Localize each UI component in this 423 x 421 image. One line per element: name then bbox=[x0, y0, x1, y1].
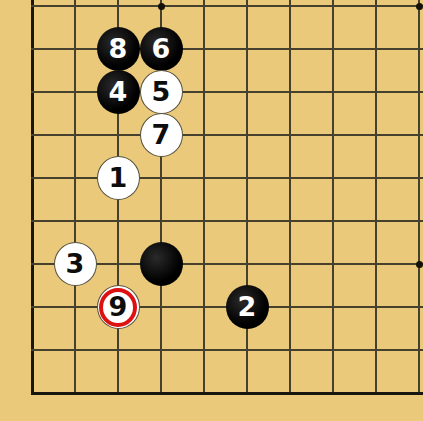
board-intersection: 9 bbox=[97, 286, 140, 329]
black-stone-unnumbered[interactable] bbox=[140, 242, 183, 286]
board-intersection: 6 bbox=[140, 28, 183, 71]
board-intersection: 2 bbox=[226, 286, 269, 329]
black-stone-move-8[interactable]: 8 bbox=[97, 27, 140, 71]
stone-move-number: 3 bbox=[66, 250, 85, 278]
white-stone-move-7[interactable]: 7 bbox=[140, 113, 183, 157]
stone-move-number: 1 bbox=[109, 164, 128, 192]
white-stone-move-3[interactable]: 3 bbox=[54, 242, 97, 286]
stone-move-number: 9 bbox=[109, 293, 128, 321]
white-stone-move-1[interactable]: 1 bbox=[97, 156, 140, 200]
stone-move-number: 4 bbox=[109, 78, 128, 106]
stone-layer: 864571392 bbox=[11, 0, 423, 415]
board-intersection: 8 bbox=[97, 28, 140, 71]
stone-move-number: 8 bbox=[109, 35, 128, 63]
stone-move-number: 6 bbox=[152, 35, 171, 63]
go-board[interactable]: 864571392 bbox=[0, 0, 423, 421]
white-stone-move-5[interactable]: 5 bbox=[140, 70, 183, 114]
black-stone-move-2[interactable]: 2 bbox=[226, 285, 269, 329]
board-intersection: 7 bbox=[140, 114, 183, 157]
stone-move-number: 2 bbox=[238, 293, 257, 321]
white-stone-move-9[interactable]: 9 bbox=[97, 285, 140, 329]
board-intersection: 1 bbox=[97, 157, 140, 200]
board-intersection: 4 bbox=[97, 71, 140, 114]
stone-move-number: 5 bbox=[152, 78, 171, 106]
go-diagram: 864571392 bbox=[0, 0, 423, 421]
board-intersection bbox=[140, 243, 183, 286]
black-stone-move-6[interactable]: 6 bbox=[140, 27, 183, 71]
board-intersection: 5 bbox=[140, 71, 183, 114]
black-stone-move-4[interactable]: 4 bbox=[97, 70, 140, 114]
stone-move-number: 7 bbox=[152, 121, 171, 149]
board-intersection: 3 bbox=[54, 243, 97, 286]
